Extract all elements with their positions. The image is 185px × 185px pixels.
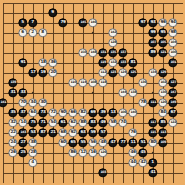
move-number: 105 xyxy=(160,41,166,44)
move-number: 150 xyxy=(80,51,86,54)
move-number: 1 xyxy=(152,161,155,165)
move-number: 115 xyxy=(150,131,156,134)
move-number: 62 xyxy=(70,121,75,125)
move-number: 137 xyxy=(120,51,126,54)
move-number: 18 xyxy=(40,61,45,65)
move-number: 130 xyxy=(160,91,166,94)
move-number: 127 xyxy=(170,81,176,84)
move-number: 9 xyxy=(52,11,55,15)
move-number: 38 xyxy=(30,141,35,145)
move-number: 8 xyxy=(42,31,45,35)
move-number: 126 xyxy=(100,151,106,154)
move-number: 19 xyxy=(40,71,45,75)
move-number: 57 xyxy=(100,131,105,135)
move-number: 32 xyxy=(10,121,15,125)
move-number: 44 xyxy=(130,161,135,165)
move-number: 96 xyxy=(160,21,165,25)
move-number: 51 xyxy=(140,141,145,145)
move-number: 103 xyxy=(100,171,106,174)
move-number: 85 xyxy=(160,121,165,125)
move-number: 78 xyxy=(140,101,145,105)
move-number: 98 xyxy=(170,31,175,35)
move-number: 53 xyxy=(30,131,35,135)
move-number: 26 xyxy=(10,151,15,155)
move-number: 65 xyxy=(70,141,75,145)
move-number: 141 xyxy=(0,101,6,104)
move-number: 136 xyxy=(140,81,146,84)
move-number: 60 xyxy=(60,141,65,145)
move-number: 91 xyxy=(20,61,25,65)
move-number: 125 xyxy=(130,71,136,74)
move-number: 81 xyxy=(130,61,135,65)
move-number: 99 xyxy=(150,31,155,35)
move-number: 106 xyxy=(120,111,126,114)
move-number: 12 xyxy=(80,151,85,155)
move-number: 70 xyxy=(20,101,25,105)
move-number: 138 xyxy=(130,91,136,94)
move-number: 47 xyxy=(110,141,115,145)
move-number: 123 xyxy=(110,71,116,74)
move-number: 54 xyxy=(50,121,55,125)
move-number: 58 xyxy=(110,121,115,125)
move-number: 16 xyxy=(90,151,95,155)
move-number: 140 xyxy=(130,111,136,114)
move-number: 92 xyxy=(70,131,75,135)
move-number: 117 xyxy=(150,121,156,124)
move-number: 129 xyxy=(160,71,166,74)
move-number: 83 xyxy=(90,121,95,125)
move-number: 30 xyxy=(40,101,45,105)
move-number: 5 xyxy=(22,21,25,25)
move-number: 110 xyxy=(70,81,76,84)
move-number: 75 xyxy=(30,121,35,125)
move-number: 142 xyxy=(110,31,116,34)
move-number: 104 xyxy=(170,41,176,44)
move-number: 63 xyxy=(80,131,85,135)
move-number: 89 xyxy=(150,51,155,55)
move-number: 21 xyxy=(50,131,55,135)
move-number: 82 xyxy=(80,111,85,115)
move-number: 109 xyxy=(160,141,166,144)
move-number: 113 xyxy=(160,131,166,134)
move-number: 124 xyxy=(120,71,126,74)
move-number: 135 xyxy=(110,51,116,54)
move-number: 20 xyxy=(50,71,55,75)
move-number: 87 xyxy=(40,131,45,135)
move-number: 143 xyxy=(20,131,26,134)
move-number: 146 xyxy=(90,21,96,24)
move-number: 49 xyxy=(100,121,105,125)
move-number: 128 xyxy=(110,41,116,44)
move-number: 6 xyxy=(22,31,25,35)
move-number: 119 xyxy=(100,61,106,64)
move-number: 145 xyxy=(80,21,86,24)
move-number: 97 xyxy=(140,21,145,25)
move-number: 111 xyxy=(150,101,156,104)
move-number: 34 xyxy=(30,101,35,105)
move-number: 36 xyxy=(50,61,55,65)
move-number: 120 xyxy=(160,101,166,104)
move-number: 93 xyxy=(150,21,155,25)
move-number: 133 xyxy=(120,61,126,64)
move-number: 102 xyxy=(160,81,166,84)
move-number: 74 xyxy=(120,121,125,125)
move-number: 121 xyxy=(160,51,166,54)
move-number: 147 xyxy=(170,91,176,94)
move-number: 28 xyxy=(30,151,35,155)
move-number: 134 xyxy=(150,71,156,74)
move-number: 71 xyxy=(40,121,45,125)
move-number: 45 xyxy=(140,151,145,155)
move-number: 41 xyxy=(150,171,155,175)
go-board[interactable]: 9577914514697939694628142999598128107105… xyxy=(0,0,185,185)
move-number: 35 xyxy=(10,111,15,115)
move-number: 66 xyxy=(70,111,75,115)
move-number: 39 xyxy=(100,111,105,115)
move-number: 86 xyxy=(70,151,75,155)
move-number: 59 xyxy=(90,131,95,135)
move-number: 31 xyxy=(10,91,15,95)
move-number: 56 xyxy=(90,141,95,145)
move-number: 144 xyxy=(120,91,126,94)
move-number: 79 xyxy=(60,21,65,25)
move-number: 112 xyxy=(100,71,106,74)
move-number: 25 xyxy=(20,151,25,155)
move-number: 7 xyxy=(32,21,35,25)
move-number: 77 xyxy=(120,141,125,145)
move-number: 48 xyxy=(100,141,105,145)
move-number: 46 xyxy=(130,151,135,155)
move-number: 27 xyxy=(20,141,25,145)
move-number: 84 xyxy=(160,111,165,115)
move-number: 17 xyxy=(30,71,35,75)
move-number: 131 xyxy=(100,51,106,54)
move-number: 24 xyxy=(10,141,15,145)
move-number: 100 xyxy=(170,51,176,54)
move-number: 94 xyxy=(170,21,175,25)
move-number: 149 xyxy=(170,101,176,104)
move-number: 108 xyxy=(90,81,96,84)
move-number: 107 xyxy=(150,41,156,44)
move-number: 72 xyxy=(50,111,55,115)
move-number: 4 xyxy=(32,161,35,165)
move-number: 132 xyxy=(110,61,116,64)
move-number: 68 xyxy=(60,131,65,135)
move-number: 139 xyxy=(10,81,16,84)
move-number: 73 xyxy=(40,111,45,115)
move-number: 90 xyxy=(60,111,65,115)
move-number: 76 xyxy=(130,131,135,135)
move-number: 61 xyxy=(60,121,65,125)
move-number: 114 xyxy=(80,81,86,84)
move-number: 148 xyxy=(90,51,96,54)
move-number: 118 xyxy=(100,81,106,84)
move-number: 95 xyxy=(160,31,165,35)
move-number: 37 xyxy=(20,111,25,115)
move-number: 2 xyxy=(32,31,35,35)
move-number: 122 xyxy=(170,121,176,124)
move-number: 69 xyxy=(90,111,95,115)
move-number: 55 xyxy=(80,141,85,145)
move-number: 80 xyxy=(150,141,155,145)
move-number: 101 xyxy=(170,61,176,64)
move-number: 13 xyxy=(110,111,115,115)
move-number: 42 xyxy=(140,161,145,165)
move-number: 14 xyxy=(20,121,25,125)
move-number: 11 xyxy=(130,141,135,145)
move-number: 22 xyxy=(10,131,15,135)
move-number: 64 xyxy=(30,111,35,115)
move-number: 67 xyxy=(170,111,175,115)
move-number: 88 xyxy=(80,121,85,125)
move-number: 33 xyxy=(20,91,25,95)
